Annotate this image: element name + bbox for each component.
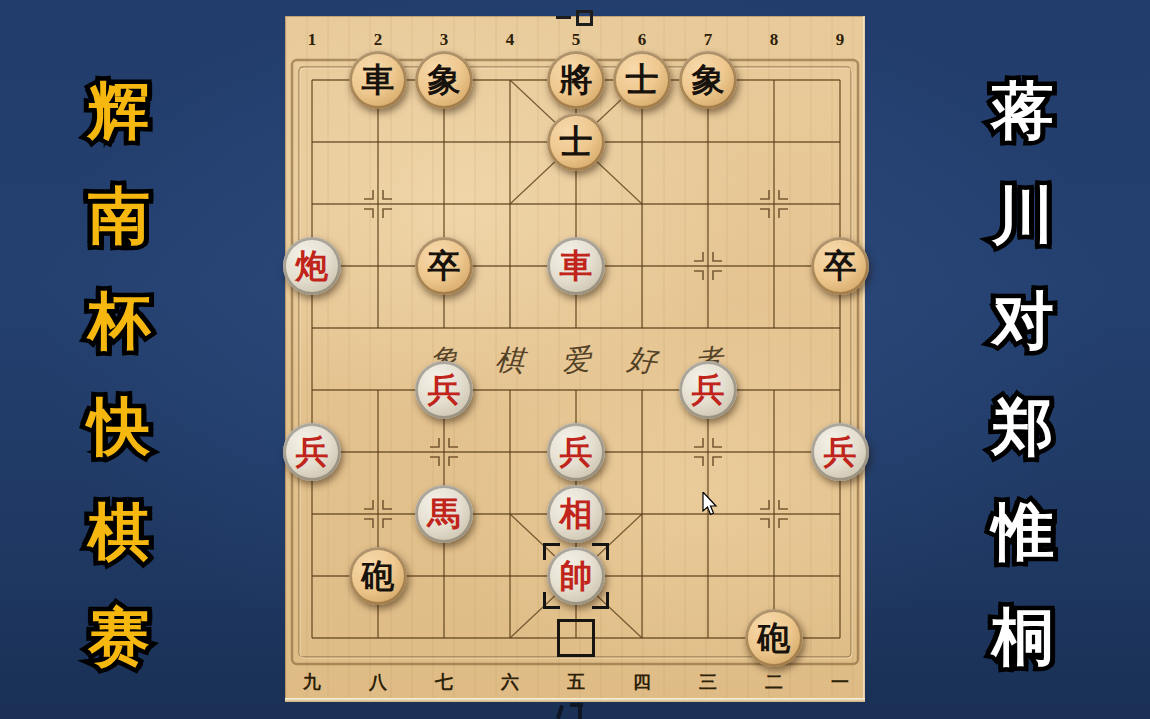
banner-char: 蒋 xyxy=(992,80,1054,142)
piece-red-chariot[interactable]: 車 xyxy=(547,237,605,295)
banner-char: 快 xyxy=(88,396,150,458)
piece-glyph: 馬 xyxy=(428,498,461,531)
banner-char: 桐 xyxy=(992,606,1054,668)
coordinate-label: 五 xyxy=(564,670,588,694)
piece-red-cannon[interactable]: 炮 xyxy=(283,237,341,295)
minimize-icon xyxy=(556,16,571,19)
piece-glyph: 兵 xyxy=(560,436,593,469)
river-text-char: 好 xyxy=(622,340,662,380)
right-banner-title: 蒋川对郑惟桐 xyxy=(988,80,1058,668)
piece-glyph: 兵 xyxy=(824,436,857,469)
coordinate-label: 9 xyxy=(828,30,852,50)
banner-char: 杯 xyxy=(88,290,150,352)
piece-glyph: 相 xyxy=(560,498,593,531)
river-text-char: 棋 xyxy=(491,341,529,379)
banner-char: 南 xyxy=(88,185,150,247)
clipped-caption-fragment xyxy=(552,703,592,719)
piece-black-soldier[interactable]: 卒 xyxy=(811,237,869,295)
river-text-char: 爱 xyxy=(556,340,595,379)
piece-black-soldier[interactable]: 卒 xyxy=(415,237,473,295)
coordinate-label: 四 xyxy=(630,670,654,694)
piece-glyph: 象 xyxy=(428,64,461,97)
piece-black-general[interactable]: 將 xyxy=(547,51,605,109)
piece-black-cannon[interactable]: 砲 xyxy=(745,609,803,667)
banner-char: 川 xyxy=(992,185,1054,247)
piece-glyph: 車 xyxy=(362,64,395,97)
banner-char: 郑 xyxy=(992,396,1054,458)
coordinate-label: 2 xyxy=(366,30,390,50)
piece-glyph: 兵 xyxy=(692,374,725,407)
piece-glyph: 士 xyxy=(626,64,659,97)
piece-glyph: 士 xyxy=(560,126,593,159)
last-move-origin-marker xyxy=(557,619,595,657)
xiangqi-board[interactable]: 123456789 九八七六五四三二一 象棋爱好者 車象將士象士炮卒車卒兵兵兵兵… xyxy=(285,16,865,702)
piece-black-advisor[interactable]: 士 xyxy=(613,51,671,109)
mouse-cursor-icon xyxy=(702,492,718,516)
banner-char: 棋 xyxy=(88,501,150,563)
piece-glyph: 砲 xyxy=(758,622,791,655)
piece-glyph: 砲 xyxy=(362,560,395,593)
coordinate-label: 3 xyxy=(432,30,456,50)
piece-glyph: 卒 xyxy=(824,250,857,283)
banner-char: 辉 xyxy=(88,80,150,142)
banner-char: 对 xyxy=(992,290,1054,352)
piece-red-horse[interactable]: 馬 xyxy=(415,485,473,543)
piece-black-cannon[interactable]: 砲 xyxy=(349,547,407,605)
coordinate-label: 八 xyxy=(366,670,390,694)
coordinate-label: 二 xyxy=(762,670,786,694)
piece-glyph: 兵 xyxy=(428,374,461,407)
piece-black-chariot[interactable]: 車 xyxy=(349,51,407,109)
piece-red-soldier[interactable]: 兵 xyxy=(811,423,869,481)
coordinate-label: 8 xyxy=(762,30,786,50)
banner-char: 惟 xyxy=(992,501,1054,563)
piece-red-general[interactable]: 帥 xyxy=(547,547,605,605)
piece-glyph: 兵 xyxy=(296,436,329,469)
coordinate-label: 六 xyxy=(498,670,522,694)
banner-char: 赛 xyxy=(88,606,150,668)
coordinate-label: 九 xyxy=(300,670,324,694)
coordinate-label: 一 xyxy=(828,670,852,694)
piece-glyph: 炮 xyxy=(296,250,329,283)
piece-red-soldier[interactable]: 兵 xyxy=(415,361,473,419)
coordinate-label: 7 xyxy=(696,30,720,50)
coordinate-label: 4 xyxy=(498,30,522,50)
coordinate-label: 三 xyxy=(696,670,720,694)
piece-glyph: 帥 xyxy=(560,560,593,593)
piece-red-soldier[interactable]: 兵 xyxy=(547,423,605,481)
coordinate-label: 七 xyxy=(432,670,456,694)
coordinate-label: 1 xyxy=(300,30,324,50)
piece-glyph: 象 xyxy=(692,64,725,97)
restore-icon xyxy=(576,10,593,26)
piece-red-soldier[interactable]: 兵 xyxy=(679,361,737,419)
piece-red-soldier[interactable]: 兵 xyxy=(283,423,341,481)
top-window-widget[interactable] xyxy=(556,9,594,24)
piece-black-elephant[interactable]: 象 xyxy=(415,51,473,109)
piece-glyph: 車 xyxy=(560,250,593,283)
coordinate-label: 5 xyxy=(564,30,588,50)
video-frame: 辉南杯快棋赛 蒋川对郑惟桐 123456789 九八七六五四三二一 象棋爱好者 … xyxy=(0,0,1150,719)
piece-red-elephant[interactable]: 相 xyxy=(547,485,605,543)
coordinate-label: 6 xyxy=(630,30,654,50)
piece-black-advisor[interactable]: 士 xyxy=(547,113,605,171)
left-banner-title: 辉南杯快棋赛 xyxy=(84,80,154,668)
piece-glyph: 將 xyxy=(560,64,593,97)
piece-black-elephant[interactable]: 象 xyxy=(679,51,737,109)
piece-glyph: 卒 xyxy=(428,250,461,283)
